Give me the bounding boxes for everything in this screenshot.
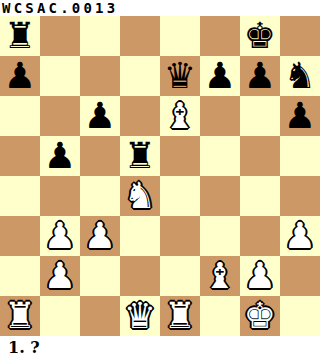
white-knight[interactable]: ♞ xyxy=(120,176,160,216)
square-e1[interactable]: ♜ xyxy=(160,296,200,336)
black-pawn[interactable]: ♟ xyxy=(40,136,80,176)
square-c6[interactable]: ♟ xyxy=(80,96,120,136)
black-pawn[interactable]: ♟ xyxy=(280,96,320,136)
square-e3[interactable] xyxy=(160,216,200,256)
square-g1[interactable]: ♚ xyxy=(240,296,280,336)
square-c1[interactable] xyxy=(80,296,120,336)
square-h2[interactable] xyxy=(280,256,320,296)
square-h8[interactable] xyxy=(280,16,320,56)
square-f2[interactable]: ♝ xyxy=(200,256,240,296)
square-h7[interactable]: ♞ xyxy=(280,56,320,96)
square-g4[interactable] xyxy=(240,176,280,216)
black-pawn[interactable]: ♟ xyxy=(200,56,240,96)
square-d3[interactable] xyxy=(120,216,160,256)
diagram-title: WCSAC.0013 xyxy=(0,0,320,16)
square-c2[interactable] xyxy=(80,256,120,296)
square-d7[interactable] xyxy=(120,56,160,96)
black-rook[interactable]: ♜ xyxy=(0,16,40,56)
square-h6[interactable]: ♟ xyxy=(280,96,320,136)
square-a7[interactable]: ♟ xyxy=(0,56,40,96)
white-bishop[interactable]: ♝ xyxy=(160,96,200,136)
square-f7[interactable]: ♟ xyxy=(200,56,240,96)
square-d4[interactable]: ♞ xyxy=(120,176,160,216)
square-h1[interactable] xyxy=(280,296,320,336)
square-e5[interactable] xyxy=(160,136,200,176)
square-c3[interactable]: ♟ xyxy=(80,216,120,256)
square-f5[interactable] xyxy=(200,136,240,176)
black-king[interactable]: ♚ xyxy=(240,16,280,56)
white-pawn[interactable]: ♟ xyxy=(80,216,120,256)
square-a6[interactable] xyxy=(0,96,40,136)
white-pawn[interactable]: ♟ xyxy=(40,256,80,296)
black-knight[interactable]: ♞ xyxy=(280,56,320,96)
square-g3[interactable] xyxy=(240,216,280,256)
square-b7[interactable] xyxy=(40,56,80,96)
square-g2[interactable]: ♟ xyxy=(240,256,280,296)
square-c4[interactable] xyxy=(80,176,120,216)
square-d8[interactable] xyxy=(120,16,160,56)
square-c7[interactable] xyxy=(80,56,120,96)
square-g6[interactable] xyxy=(240,96,280,136)
square-g7[interactable]: ♟ xyxy=(240,56,280,96)
square-c5[interactable] xyxy=(80,136,120,176)
square-c8[interactable] xyxy=(80,16,120,56)
square-b8[interactable] xyxy=(40,16,80,56)
square-d6[interactable] xyxy=(120,96,160,136)
square-h5[interactable] xyxy=(280,136,320,176)
square-h3[interactable]: ♟ xyxy=(280,216,320,256)
square-f6[interactable] xyxy=(200,96,240,136)
square-a8[interactable]: ♜ xyxy=(0,16,40,56)
square-e7[interactable]: ♛ xyxy=(160,56,200,96)
black-rook[interactable]: ♜ xyxy=(120,136,160,176)
square-e8[interactable] xyxy=(160,16,200,56)
square-b4[interactable] xyxy=(40,176,80,216)
white-pawn[interactable]: ♟ xyxy=(40,216,80,256)
white-pawn[interactable]: ♟ xyxy=(280,216,320,256)
square-b3[interactable]: ♟ xyxy=(40,216,80,256)
white-pawn[interactable]: ♟ xyxy=(240,256,280,296)
square-g8[interactable]: ♚ xyxy=(240,16,280,56)
square-b1[interactable] xyxy=(40,296,80,336)
black-pawn[interactable]: ♟ xyxy=(240,56,280,96)
square-f8[interactable] xyxy=(200,16,240,56)
square-f4[interactable] xyxy=(200,176,240,216)
square-b6[interactable] xyxy=(40,96,80,136)
square-a5[interactable] xyxy=(0,136,40,176)
white-rook[interactable]: ♜ xyxy=(160,296,200,336)
white-rook[interactable]: ♜ xyxy=(0,296,40,336)
square-b5[interactable]: ♟ xyxy=(40,136,80,176)
square-e6[interactable]: ♝ xyxy=(160,96,200,136)
move-prompt: 1. ? xyxy=(0,336,320,360)
square-a2[interactable] xyxy=(0,256,40,296)
square-d5[interactable]: ♜ xyxy=(120,136,160,176)
white-bishop[interactable]: ♝ xyxy=(200,256,240,296)
square-h4[interactable] xyxy=(280,176,320,216)
square-d1[interactable]: ♛ xyxy=(120,296,160,336)
square-a1[interactable]: ♜ xyxy=(0,296,40,336)
square-e2[interactable] xyxy=(160,256,200,296)
black-pawn[interactable]: ♟ xyxy=(80,96,120,136)
chess-board: ♜♚♟♛♟♟♞♟♝♟♟♜♞♟♟♟♟♝♟♜♛♜♚ xyxy=(0,16,320,336)
square-d2[interactable] xyxy=(120,256,160,296)
square-e4[interactable] xyxy=(160,176,200,216)
square-a3[interactable] xyxy=(0,216,40,256)
black-pawn[interactable]: ♟ xyxy=(0,56,40,96)
white-queen[interactable]: ♛ xyxy=(120,296,160,336)
square-g5[interactable] xyxy=(240,136,280,176)
square-a4[interactable] xyxy=(0,176,40,216)
white-king[interactable]: ♚ xyxy=(240,296,280,336)
black-queen[interactable]: ♛ xyxy=(160,56,200,96)
square-b2[interactable]: ♟ xyxy=(40,256,80,296)
square-f1[interactable] xyxy=(200,296,240,336)
square-f3[interactable] xyxy=(200,216,240,256)
